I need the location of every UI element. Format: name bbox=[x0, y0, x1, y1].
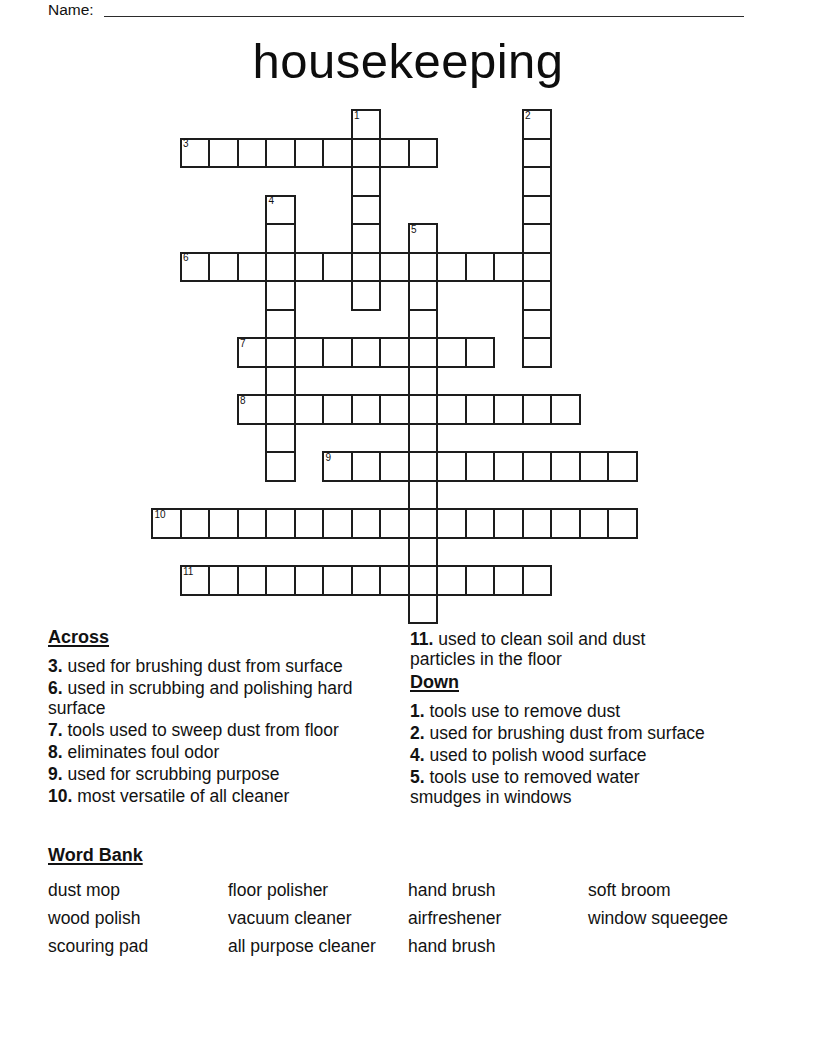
grid-cell-r6-c13[interactable] bbox=[523, 281, 552, 310]
grid-cell-r14-c10[interactable] bbox=[437, 509, 466, 538]
name-fill-line[interactable] bbox=[104, 0, 744, 17]
grid-cell-r16-c10[interactable] bbox=[437, 566, 466, 595]
grid-cell-r2-c13[interactable] bbox=[523, 167, 552, 196]
worksheet-page: Name: housekeeping 1234567891011 Across … bbox=[0, 0, 816, 1056]
word-bank-item: airfreshener bbox=[408, 904, 588, 932]
grid-cell-r11-c4[interactable] bbox=[266, 424, 295, 453]
clue-number-label: 11. bbox=[410, 629, 438, 649]
name-label: Name: bbox=[48, 1, 94, 19]
grid-cell-r12-c14[interactable] bbox=[551, 452, 580, 481]
clue-4: 4. used to polish wood surface bbox=[410, 745, 710, 765]
clue-1: 1. tools use to remove dust bbox=[410, 701, 710, 721]
grid-cell-r1-c2[interactable] bbox=[209, 139, 238, 168]
grid-cell-r10-c5[interactable] bbox=[295, 395, 324, 424]
clue-number-label: 3. bbox=[48, 656, 67, 676]
clue-number-label: 9. bbox=[48, 764, 67, 784]
word-bank-item: wood polish bbox=[48, 904, 228, 932]
grid-cell-r14-c13[interactable] bbox=[523, 509, 552, 538]
grid-cell-r16-c1[interactable]: 11 bbox=[181, 566, 210, 595]
down-clues-section: 11. used to clean soil and dust particle… bbox=[410, 629, 710, 809]
word-bank-item: hand brush bbox=[408, 932, 588, 960]
clue-number-label: 4. bbox=[410, 745, 429, 765]
cell-number-4: 4 bbox=[269, 196, 275, 206]
clue-number-label: 5. bbox=[410, 767, 429, 787]
word-bank-column-4: soft broomwindow squeegee bbox=[588, 876, 728, 960]
clue-7: 7. tools used to sweep dust from floor bbox=[48, 720, 354, 740]
grid-cell-r12-c15[interactable] bbox=[580, 452, 609, 481]
cell-number-1: 1 bbox=[354, 111, 360, 121]
word-bank-column-1: dust mopwood polishscouring pad bbox=[48, 876, 228, 960]
grid-cell-r8-c13[interactable] bbox=[523, 338, 552, 367]
grid-cell-r12-c9[interactable] bbox=[409, 452, 438, 481]
grid-cell-r0-c7[interactable]: 1 bbox=[352, 110, 381, 139]
grid-cell-r10-c8[interactable] bbox=[380, 395, 409, 424]
grid-cell-r12-c8[interactable] bbox=[380, 452, 409, 481]
grid-cell-r15-c9[interactable] bbox=[409, 538, 438, 567]
grid-cell-r14-c8[interactable] bbox=[380, 509, 409, 538]
clue-number-label: 7. bbox=[48, 720, 67, 740]
grid-cell-r10-c10[interactable] bbox=[437, 395, 466, 424]
grid-cell-r14-c12[interactable] bbox=[494, 509, 523, 538]
grid-cell-r3-c13[interactable] bbox=[523, 196, 552, 225]
grid-cell-r6-c7[interactable] bbox=[352, 281, 381, 310]
cell-number-7: 7 bbox=[240, 339, 246, 349]
grid-cell-r14-c2[interactable] bbox=[209, 509, 238, 538]
across-clues-list: 3. used for brushing dust from surface6.… bbox=[48, 656, 354, 806]
grid-cell-r12-c13[interactable] bbox=[523, 452, 552, 481]
across-heading: Across bbox=[48, 627, 354, 648]
down-clues-list: 1. tools use to remove dust2. used for b… bbox=[410, 701, 710, 807]
grid-cell-r12-c7[interactable] bbox=[352, 452, 381, 481]
grid-cell-r16-c11[interactable] bbox=[466, 566, 495, 595]
grid-cell-r5-c3[interactable] bbox=[238, 253, 267, 282]
grid-cell-r12-c12[interactable] bbox=[494, 452, 523, 481]
grid-cell-r3-c7[interactable] bbox=[352, 196, 381, 225]
clue-number-label: 1. bbox=[410, 701, 429, 721]
word-bank-item: hand brush bbox=[408, 876, 588, 904]
grid-cell-r1-c7[interactable] bbox=[352, 139, 381, 168]
grid-cell-r10-c12[interactable] bbox=[494, 395, 523, 424]
grid-cell-r8-c9[interactable] bbox=[409, 338, 438, 367]
cell-number-10: 10 bbox=[155, 510, 166, 520]
grid-cell-r11-c9[interactable] bbox=[409, 424, 438, 453]
grid-cell-r8-c6[interactable] bbox=[323, 338, 352, 367]
cell-number-11: 11 bbox=[183, 567, 193, 577]
grid-cell-r16-c4[interactable] bbox=[266, 566, 295, 595]
grid-cell-r1-c13[interactable] bbox=[523, 139, 552, 168]
grid-cell-r10-c7[interactable] bbox=[352, 395, 381, 424]
word-bank-column-3: hand brushairfreshenerhand brush bbox=[408, 876, 588, 960]
grid-cell-r8-c5[interactable] bbox=[295, 338, 324, 367]
grid-cell-r14-c1[interactable] bbox=[181, 509, 210, 538]
grid-cell-r2-c7[interactable] bbox=[352, 167, 381, 196]
grid-cell-r16-c12[interactable] bbox=[494, 566, 523, 595]
clue-8: 8. eliminates foul odor bbox=[48, 742, 354, 762]
grid-cell-r13-c9[interactable] bbox=[409, 481, 438, 510]
word-bank-section: Word Bank dust mopwood polishscouring pa… bbox=[48, 845, 788, 960]
clue-number-label: 8. bbox=[48, 742, 67, 762]
grid-cell-r10-c6[interactable] bbox=[323, 395, 352, 424]
word-bank-columns: dust mopwood polishscouring padfloor pol… bbox=[48, 876, 788, 960]
grid-cell-r5-c4[interactable] bbox=[266, 253, 295, 282]
clue-9: 9. used for scrubbing purpose bbox=[48, 764, 354, 784]
grid-cell-r16-c2[interactable] bbox=[209, 566, 238, 595]
grid-cell-r16-c7[interactable] bbox=[352, 566, 381, 595]
grid-cell-r5-c6[interactable] bbox=[323, 253, 352, 282]
cell-number-5: 5 bbox=[411, 225, 417, 235]
grid-cell-r14-c14[interactable] bbox=[551, 509, 580, 538]
word-bank-item: dust mop bbox=[48, 876, 228, 904]
grid-cell-r14-c15[interactable] bbox=[580, 509, 609, 538]
clue-number-label: 6. bbox=[48, 678, 67, 698]
grid-cell-r0-c13[interactable]: 2 bbox=[523, 110, 552, 139]
word-bank-item: floor polisher bbox=[228, 876, 408, 904]
grid-cell-r8-c4[interactable] bbox=[266, 338, 295, 367]
word-bank-item: scouring pad bbox=[48, 932, 228, 960]
grid-cell-r12-c16[interactable] bbox=[608, 452, 637, 481]
grid-cell-r4-c13[interactable] bbox=[523, 224, 552, 253]
grid-cell-r14-c16[interactable] bbox=[608, 509, 637, 538]
grid-cell-r5-c8[interactable] bbox=[380, 253, 409, 282]
cell-number-2: 2 bbox=[525, 111, 531, 121]
grid-cell-r1-c9[interactable] bbox=[409, 139, 438, 168]
word-bank-heading: Word Bank bbox=[48, 845, 788, 866]
grid-cell-r5-c10[interactable] bbox=[437, 253, 466, 282]
grid-cell-r10-c3[interactable]: 8 bbox=[238, 395, 267, 424]
grid-cell-r10-c13[interactable] bbox=[523, 395, 552, 424]
grid-cell-r14-c3[interactable] bbox=[238, 509, 267, 538]
grid-cell-r5-c13[interactable] bbox=[523, 253, 552, 282]
grid-cell-r1-c8[interactable] bbox=[380, 139, 409, 168]
grid-cell-r8-c8[interactable] bbox=[380, 338, 409, 367]
grid-cell-r5-c11[interactable] bbox=[466, 253, 495, 282]
grid-cell-r14-c6[interactable] bbox=[323, 509, 352, 538]
grid-cell-r12-c10[interactable] bbox=[437, 452, 466, 481]
grid-cell-r14-c11[interactable] bbox=[466, 509, 495, 538]
grid-cell-r8-c7[interactable] bbox=[352, 338, 381, 367]
clue-11: 11. used to clean soil and dust particle… bbox=[410, 629, 710, 669]
cell-number-8: 8 bbox=[240, 396, 246, 406]
grid-cell-r10-c11[interactable] bbox=[466, 395, 495, 424]
grid-cell-r14-c7[interactable] bbox=[352, 509, 381, 538]
grid-cell-r7-c4[interactable] bbox=[266, 310, 295, 339]
grid-cell-r4-c9[interactable]: 5 bbox=[409, 224, 438, 253]
clue-number-label: 10. bbox=[48, 786, 77, 806]
grid-cell-r16-c6[interactable] bbox=[323, 566, 352, 595]
grid-cell-r6-c4[interactable] bbox=[266, 281, 295, 310]
grid-cell-r12-c6[interactable]: 9 bbox=[323, 452, 352, 481]
grid-cell-r1-c6[interactable] bbox=[323, 139, 352, 168]
word-bank-column-2: floor polishervacuum cleanerall purpose … bbox=[228, 876, 408, 960]
grid-cell-r14-c9[interactable] bbox=[409, 509, 438, 538]
grid-cell-r5-c12[interactable] bbox=[494, 253, 523, 282]
word-bank-item: vacuum cleaner bbox=[228, 904, 408, 932]
grid-cell-r16-c5[interactable] bbox=[295, 566, 324, 595]
word-bank-item: all purpose cleaner bbox=[228, 932, 408, 960]
grid-cell-r10-c9[interactable] bbox=[409, 395, 438, 424]
grid-cell-r16-c8[interactable] bbox=[380, 566, 409, 595]
grid-cell-r8-c10[interactable] bbox=[437, 338, 466, 367]
grid-cell-r16-c3[interactable] bbox=[238, 566, 267, 595]
clue-2: 2. used for brushing dust from surface bbox=[410, 723, 710, 743]
grid-cell-r1-c3[interactable] bbox=[238, 139, 267, 168]
grid-cell-r7-c9[interactable] bbox=[409, 310, 438, 339]
grid-cell-r5-c2[interactable] bbox=[209, 253, 238, 282]
clue-3: 3. used for brushing dust from surface bbox=[48, 656, 354, 676]
word-bank-item: soft broom bbox=[588, 876, 728, 904]
word-bank-item: window squeegee bbox=[588, 904, 728, 932]
grid-cell-r1-c5[interactable] bbox=[295, 139, 324, 168]
grid-cell-r12-c11[interactable] bbox=[466, 452, 495, 481]
across-clues-section: Across 3. used for brushing dust from su… bbox=[48, 627, 354, 808]
grid-cell-r3-c4[interactable]: 4 bbox=[266, 196, 295, 225]
grid-cell-r10-c4[interactable] bbox=[266, 395, 295, 424]
down-heading: Down bbox=[410, 672, 710, 693]
grid-cell-r9-c4[interactable] bbox=[266, 367, 295, 396]
grid-cell-r5-c1[interactable]: 6 bbox=[181, 253, 210, 282]
grid-cell-r8-c11[interactable] bbox=[466, 338, 495, 367]
grid-cell-r1-c4[interactable] bbox=[266, 139, 295, 168]
clue-10: 10. most versatile of all cleaner bbox=[48, 786, 354, 806]
grid-cell-r14-c5[interactable] bbox=[295, 509, 324, 538]
grid-cell-r14-c4[interactable] bbox=[266, 509, 295, 538]
grid-cell-r14-c0[interactable]: 10 bbox=[152, 509, 181, 538]
puzzle-title: housekeeping bbox=[0, 33, 816, 89]
crossword-grid: 1234567891011 bbox=[152, 110, 637, 623]
cell-number-3: 3 bbox=[183, 139, 189, 149]
grid-cell-r16-c13[interactable] bbox=[523, 566, 552, 595]
grid-cell-r7-c13[interactable] bbox=[523, 310, 552, 339]
clue-5: 5. tools use to removed water smudges in… bbox=[410, 767, 710, 807]
clue-6: 6. used in scrubbing and polishing hard … bbox=[48, 678, 354, 718]
grid-cell-r9-c9[interactable] bbox=[409, 367, 438, 396]
grid-cell-r4-c4[interactable] bbox=[266, 224, 295, 253]
grid-cell-r5-c7[interactable] bbox=[352, 253, 381, 282]
grid-cell-r16-c9[interactable] bbox=[409, 566, 438, 595]
grid-cell-r4-c7[interactable] bbox=[352, 224, 381, 253]
grid-cell-r1-c1[interactable]: 3 bbox=[181, 139, 210, 168]
cell-number-6: 6 bbox=[183, 253, 189, 263]
grid-cell-r5-c9[interactable] bbox=[409, 253, 438, 282]
grid-cell-r6-c9[interactable] bbox=[409, 281, 438, 310]
grid-cell-r8-c3[interactable]: 7 bbox=[238, 338, 267, 367]
grid-cell-r5-c5[interactable] bbox=[295, 253, 324, 282]
grid-cell-r17-c9[interactable] bbox=[409, 595, 438, 624]
cell-number-9: 9 bbox=[326, 453, 332, 463]
clue-number-label: 2. bbox=[410, 723, 429, 743]
grid-cell-r10-c14[interactable] bbox=[551, 395, 580, 424]
across-clues-continued: 11. used to clean soil and dust particle… bbox=[410, 629, 710, 669]
grid-cell-r12-c4[interactable] bbox=[266, 452, 295, 481]
